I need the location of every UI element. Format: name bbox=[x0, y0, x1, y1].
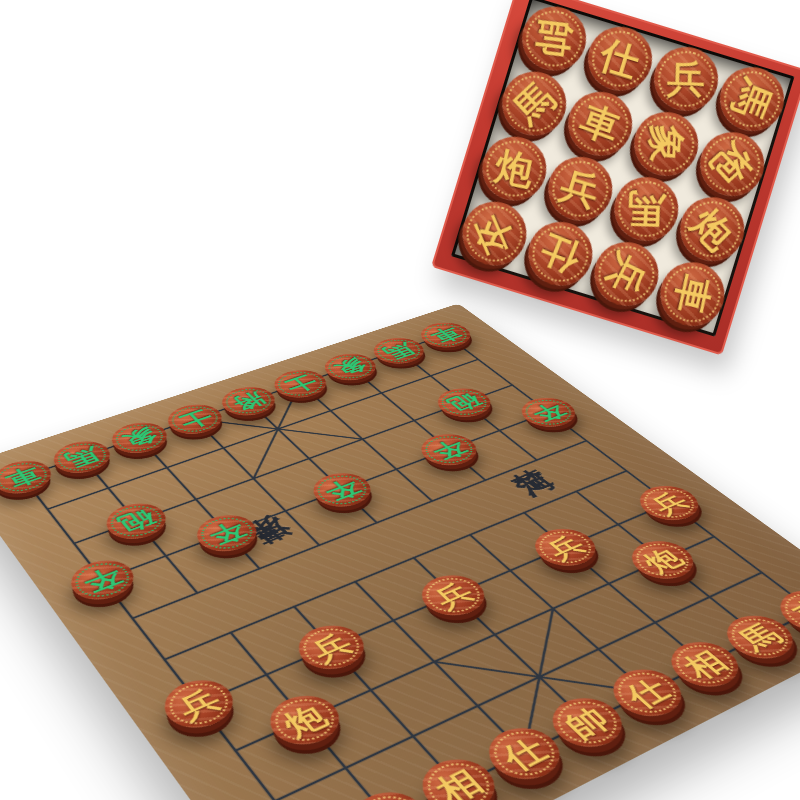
piece-glyph: 卒 bbox=[319, 476, 365, 503]
piece-glyph: 兵 bbox=[428, 579, 479, 612]
piece-glyph: 仕 bbox=[495, 733, 553, 775]
piece-glyph: 兵 bbox=[556, 165, 603, 212]
piece-glyph: 兵 bbox=[541, 532, 591, 562]
box-piece: 車 bbox=[652, 254, 732, 334]
piece-glyph: 炮 bbox=[705, 137, 759, 191]
piece-box-tray: 帥仕兵馬馬車象炮炮兵馬炮卒仕兵車 bbox=[451, 0, 794, 337]
box-piece: 兵 bbox=[646, 39, 726, 119]
piece-glyph: 卒 bbox=[527, 400, 571, 424]
box-piece: 炮 bbox=[692, 124, 772, 204]
piece-glyph: 砲 bbox=[443, 391, 486, 414]
piece-glyph: 炮 bbox=[637, 544, 688, 575]
piece-glyph: 象 bbox=[330, 356, 371, 378]
piece-glyph: 馬 bbox=[626, 189, 665, 228]
piece-glyph: 仕 bbox=[596, 35, 643, 82]
piece-glyph: 兵 bbox=[172, 684, 226, 723]
piece-glyph: 兵 bbox=[600, 248, 651, 299]
piece-glyph: 將 bbox=[228, 390, 270, 413]
box-piece: 帥 bbox=[514, 0, 594, 78]
piece-box: 帥仕兵馬馬車象炮炮兵馬炮卒仕兵車 bbox=[431, 0, 800, 356]
piece-glyph: 卒 bbox=[426, 437, 471, 462]
piece-glyph: 車 bbox=[0, 464, 44, 491]
box-piece: 馬 bbox=[712, 59, 792, 139]
box-piece: 馬 bbox=[606, 169, 686, 249]
piece-glyph: 象 bbox=[118, 425, 161, 450]
box-piece: 仕 bbox=[580, 19, 660, 99]
piece-glyph: 車 bbox=[426, 325, 466, 345]
piece-glyph: 仕 bbox=[535, 229, 584, 278]
piece-glyph: 炮 bbox=[492, 146, 537, 191]
piece-glyph: 卒 bbox=[78, 564, 126, 596]
box-piece: 炮 bbox=[474, 129, 554, 209]
piece-glyph: 車 bbox=[669, 272, 714, 317]
xiangqi-board: 楚河 漢界 車馬象士將士象馬車砲砲卒卒卒卒卒兵兵兵兵兵炮炮車馬相仕帥仕相馬車 bbox=[0, 304, 800, 800]
piece-glyph: 帥 bbox=[532, 17, 574, 59]
box-piece: 車 bbox=[560, 84, 640, 164]
piece-glyph: 卒 bbox=[203, 518, 250, 547]
piece-glyph: 帥 bbox=[559, 703, 616, 743]
piece-glyph: 兵 bbox=[305, 629, 357, 664]
piece-glyph: 象 bbox=[646, 124, 685, 163]
piece-glyph: 相 bbox=[677, 646, 732, 682]
piece-glyph: 士 bbox=[174, 407, 216, 431]
piece-glyph: 相 bbox=[429, 764, 488, 800]
product-photo-stage: 楚河 漢界 車馬象士將士象馬車砲砲卒卒卒卒卒兵兵兵兵兵炮炮車馬相仕帥仕相馬車 帥… bbox=[0, 0, 800, 800]
piece-glyph: 馬 bbox=[733, 620, 788, 655]
box-piece: 馬 bbox=[494, 64, 574, 144]
piece-glyph: 馬 bbox=[727, 74, 776, 123]
piece-glyph: 卒 bbox=[469, 209, 519, 259]
piece-glyph: 仕 bbox=[619, 674, 675, 712]
piece-glyph: 馬 bbox=[378, 340, 419, 361]
piece-glyph: 炮 bbox=[685, 202, 739, 256]
box-piece: 卒 bbox=[454, 194, 534, 274]
piece-glyph: 兵 bbox=[645, 489, 693, 517]
box-piece: 仕 bbox=[520, 214, 600, 294]
piece-glyph: 車 bbox=[575, 99, 624, 148]
piece-glyph: 兵 bbox=[666, 59, 705, 98]
piece-glyph: 馬 bbox=[60, 444, 103, 470]
piece-glyph: 炮 bbox=[277, 700, 332, 740]
box-piece: 炮 bbox=[672, 189, 752, 269]
box-piece: 象 bbox=[626, 104, 706, 184]
piece-glyph: 馬 bbox=[507, 77, 561, 131]
piece-glyph: 砲 bbox=[113, 507, 159, 536]
box-piece: 兵 bbox=[540, 149, 620, 229]
box-piece: 兵 bbox=[586, 234, 666, 314]
piece-glyph: 士 bbox=[280, 373, 321, 395]
